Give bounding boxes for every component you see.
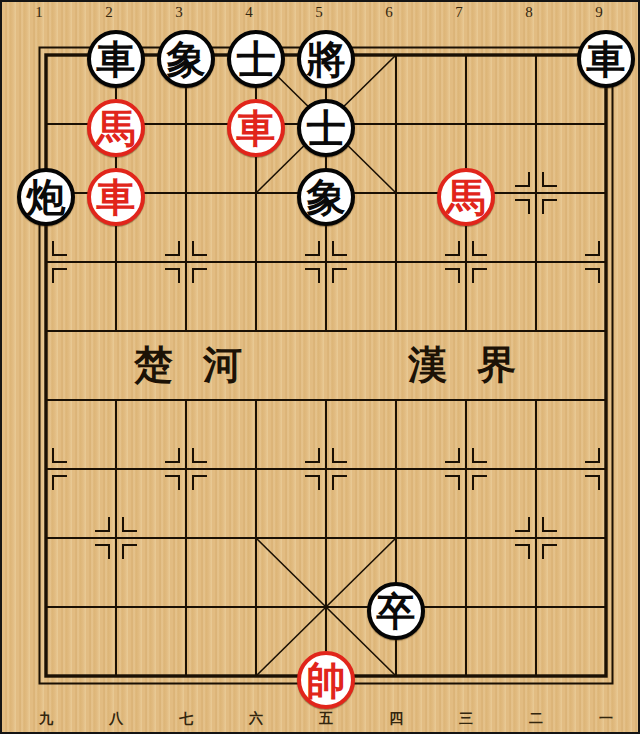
file-label-bottom-9: 一 (599, 711, 613, 725)
file-label-bottom-1: 九 (39, 711, 53, 725)
red-horse[interactable]: 馬 (87, 99, 145, 157)
black-cannon[interactable]: 炮 (17, 168, 75, 226)
red-chariot[interactable]: 車 (87, 168, 145, 226)
red-general[interactable]: 帥 (297, 651, 355, 709)
file-label-bottom-3: 七 (179, 711, 193, 725)
file-label-bottom-7: 三 (459, 711, 473, 725)
black-advisor[interactable]: 士 (297, 99, 355, 157)
file-label-bottom-6: 四 (389, 711, 403, 725)
black-elephant[interactable]: 象 (297, 168, 355, 226)
river-text-left: 楚河 (104, 345, 272, 384)
file-label-top-4: 4 (245, 5, 253, 20)
file-label-bottom-5: 五 (319, 711, 333, 725)
file-label-bottom-4: 六 (249, 711, 263, 725)
file-label-top-6: 6 (385, 5, 393, 20)
red-chariot[interactable]: 車 (227, 99, 285, 157)
file-label-bottom-8: 二 (529, 711, 543, 725)
black-advisor[interactable]: 士 (227, 30, 285, 88)
black-general[interactable]: 將 (297, 30, 355, 88)
file-label-bottom-2: 八 (109, 711, 123, 725)
xiangqi-board[interactable]: 123456789九八七六五四三二一 楚河 漢界 車象士將車馬車士炮車象馬卒帥 (0, 0, 640, 734)
file-label-top-8: 8 (525, 5, 533, 20)
file-label-top-1: 1 (35, 5, 43, 20)
file-label-top-5: 5 (315, 5, 323, 20)
river-text-right: 漢界 (378, 345, 546, 384)
file-label-top-7: 7 (455, 5, 463, 20)
file-label-top-2: 2 (105, 5, 113, 20)
black-chariot[interactable]: 車 (87, 30, 145, 88)
file-label-top-9: 9 (595, 5, 603, 20)
file-label-top-3: 3 (175, 5, 183, 20)
red-horse[interactable]: 馬 (437, 168, 495, 226)
black-chariot[interactable]: 車 (577, 30, 635, 88)
black-soldier[interactable]: 卒 (367, 582, 425, 640)
black-elephant[interactable]: 象 (157, 30, 215, 88)
